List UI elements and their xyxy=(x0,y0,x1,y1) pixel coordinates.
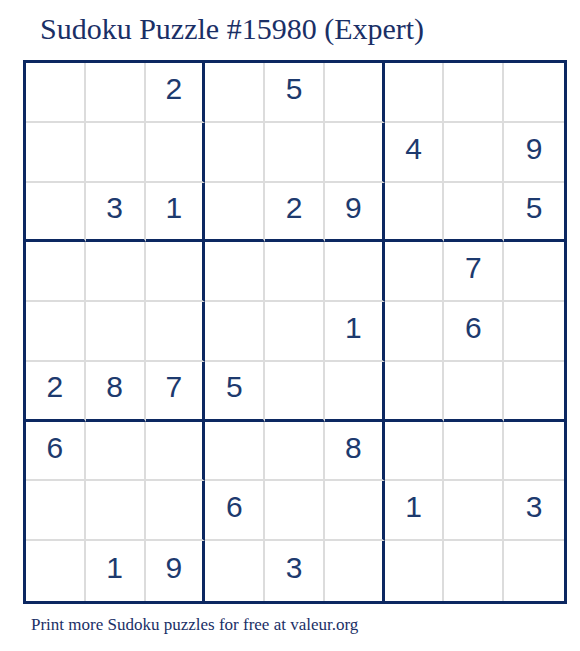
given-digit: 1 xyxy=(345,313,362,343)
sudoku-cell[interactable] xyxy=(444,481,504,541)
sudoku-cell[interactable] xyxy=(86,123,146,183)
given-digit: 2 xyxy=(286,193,303,223)
sudoku-cell[interactable] xyxy=(26,302,86,362)
given-digit: 7 xyxy=(465,253,482,283)
sudoku-cell[interactable]: 7 xyxy=(146,362,206,422)
sudoku-cell[interactable] xyxy=(205,541,265,601)
sudoku-cell[interactable]: 6 xyxy=(444,302,504,362)
sudoku-cell[interactable] xyxy=(146,422,206,482)
sudoku-cell[interactable] xyxy=(86,481,146,541)
sudoku-cell[interactable]: 1 xyxy=(325,302,385,362)
sudoku-cell[interactable]: 3 xyxy=(265,541,325,601)
sudoku-cell[interactable] xyxy=(26,123,86,183)
sudoku-cell[interactable] xyxy=(26,242,86,302)
sudoku-cell[interactable]: 5 xyxy=(265,63,325,123)
sudoku-cell[interactable]: 2 xyxy=(26,362,86,422)
given-digit: 9 xyxy=(166,553,183,583)
sudoku-cell[interactable] xyxy=(146,123,206,183)
sudoku-cell[interactable]: 9 xyxy=(325,183,385,243)
sudoku-cell[interactable] xyxy=(146,302,206,362)
sudoku-cell[interactable] xyxy=(385,362,445,422)
sudoku-cell[interactable]: 1 xyxy=(86,541,146,601)
sudoku-cell[interactable]: 6 xyxy=(205,481,265,541)
given-digit: 1 xyxy=(405,492,422,522)
sudoku-cell[interactable] xyxy=(504,422,564,482)
sudoku-cell[interactable]: 1 xyxy=(385,481,445,541)
sudoku-cell[interactable] xyxy=(265,422,325,482)
sudoku-cell[interactable] xyxy=(385,183,445,243)
sudoku-cell[interactable] xyxy=(205,242,265,302)
sudoku-cell[interactable] xyxy=(265,242,325,302)
given-digit: 8 xyxy=(345,433,362,463)
sudoku-cell[interactable] xyxy=(385,541,445,601)
sudoku-cell[interactable]: 7 xyxy=(444,242,504,302)
given-digit: 6 xyxy=(47,433,64,463)
sudoku-cell[interactable] xyxy=(86,242,146,302)
sudoku-cell[interactable] xyxy=(385,63,445,123)
sudoku-cell[interactable] xyxy=(504,302,564,362)
sudoku-cell[interactable] xyxy=(86,302,146,362)
sudoku-cell[interactable]: 9 xyxy=(146,541,206,601)
sudoku-cell[interactable] xyxy=(325,362,385,422)
given-digit: 6 xyxy=(465,313,482,343)
puzzle-title: Sudoku Puzzle #15980 (Expert) xyxy=(40,10,424,48)
sudoku-cell[interactable] xyxy=(86,422,146,482)
sudoku-cell[interactable] xyxy=(325,63,385,123)
sudoku-cell[interactable] xyxy=(504,362,564,422)
sudoku-cell[interactable] xyxy=(205,123,265,183)
given-digit: 6 xyxy=(226,492,243,522)
sudoku-cell[interactable] xyxy=(26,183,86,243)
given-digit: 1 xyxy=(166,193,183,223)
sudoku-cell[interactable] xyxy=(504,242,564,302)
sudoku-cell[interactable] xyxy=(265,362,325,422)
sudoku-cell[interactable] xyxy=(265,123,325,183)
sudoku-cell[interactable] xyxy=(444,63,504,123)
given-digit: 8 xyxy=(106,372,123,402)
sudoku-cell[interactable] xyxy=(504,63,564,123)
given-digit: 2 xyxy=(47,372,64,402)
given-digit: 3 xyxy=(286,553,303,583)
given-digit: 5 xyxy=(526,193,543,223)
sudoku-cell[interactable]: 3 xyxy=(504,481,564,541)
page: Sudoku Puzzle #15980 (Expert) 2549312957… xyxy=(0,0,580,651)
sudoku-cell[interactable] xyxy=(26,63,86,123)
sudoku-cell[interactable] xyxy=(325,242,385,302)
sudoku-cell[interactable]: 2 xyxy=(265,183,325,243)
given-digit: 3 xyxy=(106,193,123,223)
sudoku-cell[interactable] xyxy=(444,183,504,243)
given-digit: 1 xyxy=(106,553,123,583)
sudoku-cell[interactable] xyxy=(325,541,385,601)
sudoku-cell[interactable]: 6 xyxy=(26,422,86,482)
sudoku-cell[interactable] xyxy=(26,541,86,601)
sudoku-cell[interactable] xyxy=(205,422,265,482)
sudoku-cell[interactable] xyxy=(444,362,504,422)
footer-text: Print more Sudoku puzzles for free at va… xyxy=(31,613,358,637)
given-digit: 9 xyxy=(526,134,543,164)
sudoku-cell[interactable]: 2 xyxy=(146,63,206,123)
sudoku-cell[interactable] xyxy=(146,242,206,302)
sudoku-cell[interactable]: 5 xyxy=(504,183,564,243)
sudoku-cell[interactable] xyxy=(265,481,325,541)
sudoku-cell[interactable] xyxy=(504,541,564,601)
given-digit: 5 xyxy=(286,74,303,104)
sudoku-cell[interactable] xyxy=(205,302,265,362)
sudoku-cell[interactable]: 8 xyxy=(86,362,146,422)
given-digit: 2 xyxy=(166,74,183,104)
given-digit: 4 xyxy=(405,134,422,164)
sudoku-cell[interactable] xyxy=(444,123,504,183)
sudoku-cell[interactable]: 9 xyxy=(504,123,564,183)
given-digit: 7 xyxy=(166,372,183,402)
sudoku-cell[interactable] xyxy=(325,481,385,541)
sudoku-cell[interactable] xyxy=(444,541,504,601)
sudoku-cell[interactable] xyxy=(385,242,445,302)
sudoku-grid: 254931295716287568613193 xyxy=(23,60,567,604)
sudoku-cell[interactable] xyxy=(265,302,325,362)
sudoku-cell[interactable] xyxy=(444,422,504,482)
given-digit: 3 xyxy=(526,492,543,522)
given-digit: 9 xyxy=(345,193,362,223)
sudoku-cell[interactable]: 1 xyxy=(146,183,206,243)
given-digit: 5 xyxy=(226,372,243,402)
sudoku-cell[interactable] xyxy=(385,302,445,362)
sudoku-cell[interactable]: 5 xyxy=(205,362,265,422)
sudoku-cell[interactable]: 3 xyxy=(86,183,146,243)
sudoku-cell[interactable] xyxy=(146,481,206,541)
sudoku-cell[interactable] xyxy=(26,481,86,541)
sudoku-cell[interactable] xyxy=(205,63,265,123)
sudoku-cell[interactable]: 8 xyxy=(325,422,385,482)
sudoku-cell[interactable] xyxy=(86,63,146,123)
sudoku-cell[interactable]: 4 xyxy=(385,123,445,183)
sudoku-cell[interactable] xyxy=(205,183,265,243)
sudoku-cell[interactable] xyxy=(385,422,445,482)
sudoku-cell[interactable] xyxy=(325,123,385,183)
